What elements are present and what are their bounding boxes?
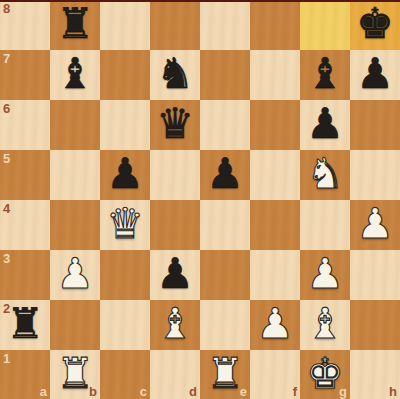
square-d6[interactable]: ♛: [150, 100, 200, 150]
square-g2[interactable]: ♝: [300, 300, 350, 350]
square-b3[interactable]: ♟: [50, 250, 100, 300]
square-d7[interactable]: ♞: [150, 50, 200, 100]
file-label-h: h: [389, 384, 397, 399]
square-b5[interactable]: [50, 150, 100, 200]
square-h2[interactable]: [350, 300, 400, 350]
piece-white-rook-b1[interactable]: ♜: [50, 350, 100, 399]
square-e8[interactable]: [200, 0, 250, 50]
square-b6[interactable]: [50, 100, 100, 150]
square-g1[interactable]: g♚: [300, 350, 350, 399]
square-c6[interactable]: [100, 100, 150, 150]
square-d1[interactable]: d: [150, 350, 200, 399]
file-label-f: f: [293, 384, 297, 399]
square-a1[interactable]: 1a: [0, 350, 50, 399]
square-b1[interactable]: b♜: [50, 350, 100, 399]
square-f6[interactable]: [250, 100, 300, 150]
square-g6[interactable]: ♟: [300, 100, 350, 150]
rank-label-1: 1: [3, 351, 10, 366]
square-a2[interactable]: 2♜: [0, 300, 50, 350]
piece-white-bishop-d2[interactable]: ♝: [150, 300, 200, 350]
square-f3[interactable]: [250, 250, 300, 300]
square-f7[interactable]: [250, 50, 300, 100]
piece-white-pawn-h4[interactable]: ♟: [350, 200, 400, 250]
piece-white-rook-e1[interactable]: ♜: [200, 350, 250, 399]
piece-white-pawn-f2[interactable]: ♟: [250, 300, 300, 350]
piece-black-rook-a2[interactable]: ♜: [0, 300, 50, 350]
square-h4[interactable]: ♟: [350, 200, 400, 250]
square-h3[interactable]: [350, 250, 400, 300]
square-g3[interactable]: ♟: [300, 250, 350, 300]
square-f1[interactable]: f: [250, 350, 300, 399]
piece-white-pawn-g3[interactable]: ♟: [300, 250, 350, 300]
square-f8[interactable]: [250, 0, 300, 50]
square-f4[interactable]: [250, 200, 300, 250]
square-a5[interactable]: 5: [0, 150, 50, 200]
rank-label-5: 5: [3, 151, 10, 166]
square-a6[interactable]: 6: [0, 100, 50, 150]
rank-label-3: 3: [3, 251, 10, 266]
square-h1[interactable]: h: [350, 350, 400, 399]
piece-black-knight-d7[interactable]: ♞: [150, 50, 200, 100]
piece-black-pawn-d3[interactable]: ♟: [150, 250, 200, 300]
piece-black-king-h8[interactable]: ♚: [350, 0, 400, 50]
square-c5[interactable]: ♟: [100, 150, 150, 200]
square-g7[interactable]: ♝: [300, 50, 350, 100]
square-h7[interactable]: ♟: [350, 50, 400, 100]
square-a8[interactable]: 8: [0, 0, 50, 50]
square-f2[interactable]: ♟: [250, 300, 300, 350]
rank-label-6: 6: [3, 101, 10, 116]
square-g4[interactable]: [300, 200, 350, 250]
square-c1[interactable]: c: [100, 350, 150, 399]
piece-black-rook-b8[interactable]: ♜: [50, 0, 100, 50]
square-a3[interactable]: 3: [0, 250, 50, 300]
square-b4[interactable]: [50, 200, 100, 250]
square-h5[interactable]: [350, 150, 400, 200]
square-c7[interactable]: [100, 50, 150, 100]
square-b2[interactable]: [50, 300, 100, 350]
piece-black-pawn-h7[interactable]: ♟: [350, 50, 400, 100]
rank-label-7: 7: [3, 51, 10, 66]
square-e3[interactable]: [200, 250, 250, 300]
square-c2[interactable]: [100, 300, 150, 350]
square-d3[interactable]: ♟: [150, 250, 200, 300]
square-c8[interactable]: [100, 0, 150, 50]
rank-label-8: 8: [3, 1, 10, 16]
square-d2[interactable]: ♝: [150, 300, 200, 350]
piece-black-bishop-g7[interactable]: ♝: [300, 50, 350, 100]
square-h6[interactable]: [350, 100, 400, 150]
square-d4[interactable]: [150, 200, 200, 250]
piece-white-queen-c4[interactable]: ♛: [100, 200, 150, 250]
chess-board-app: 8♜♚7♝♞♝♟6♛♟5♟♟♞4♛♟3♟♟♟2♜♝♟♝1ab♜cde♜fg♚h: [0, 0, 400, 399]
square-h8[interactable]: ♚: [350, 0, 400, 50]
piece-white-bishop-g2[interactable]: ♝: [300, 300, 350, 350]
square-e6[interactable]: [200, 100, 250, 150]
square-e1[interactable]: e♜: [200, 350, 250, 399]
rank-label-4: 4: [3, 201, 10, 216]
square-e5[interactable]: ♟: [200, 150, 250, 200]
square-e7[interactable]: [200, 50, 250, 100]
square-a4[interactable]: 4: [0, 200, 50, 250]
square-c3[interactable]: [100, 250, 150, 300]
piece-white-king-g1[interactable]: ♚: [300, 350, 350, 399]
square-e2[interactable]: [200, 300, 250, 350]
piece-black-bishop-b7[interactable]: ♝: [50, 50, 100, 100]
square-b7[interactable]: ♝: [50, 50, 100, 100]
window-top-edge: [0, 0, 400, 2]
piece-black-pawn-c5[interactable]: ♟: [100, 150, 150, 200]
square-e4[interactable]: [200, 200, 250, 250]
piece-black-queen-d6[interactable]: ♛: [150, 100, 200, 150]
chess-board: 8♜♚7♝♞♝♟6♛♟5♟♟♞4♛♟3♟♟♟2♜♝♟♝1ab♜cde♜fg♚h: [0, 0, 400, 399]
piece-black-pawn-g6[interactable]: ♟: [300, 100, 350, 150]
square-b8[interactable]: ♜: [50, 0, 100, 50]
square-d8[interactable]: [150, 0, 200, 50]
file-label-d: d: [189, 384, 197, 399]
file-label-c: c: [140, 384, 147, 399]
square-c4[interactable]: ♛: [100, 200, 150, 250]
square-d5[interactable]: [150, 150, 200, 200]
square-g8[interactable]: [300, 0, 350, 50]
file-label-a: a: [40, 384, 47, 399]
square-a7[interactable]: 7: [0, 50, 50, 100]
square-f5[interactable]: [250, 150, 300, 200]
piece-white-knight-g5[interactable]: ♞: [300, 150, 350, 200]
piece-black-pawn-e5[interactable]: ♟: [200, 150, 250, 200]
square-g5[interactable]: ♞: [300, 150, 350, 200]
piece-white-pawn-b3[interactable]: ♟: [50, 250, 100, 300]
